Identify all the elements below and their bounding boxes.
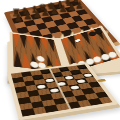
checkers-square[interactable] bbox=[98, 97, 113, 104]
hinge bbox=[47, 66, 53, 68]
chess-piece-black[interactable]: ♟ bbox=[13, 13, 23, 23]
backgammon-point[interactable] bbox=[12, 34, 20, 49]
backgammon-point[interactable] bbox=[47, 39, 58, 54]
chess-piece-black[interactable]: ♟ bbox=[49, 6, 59, 16]
chess-piece-black[interactable]: ♟ bbox=[58, 4, 68, 14]
backgammon-point[interactable] bbox=[13, 50, 22, 68]
backgammon-point[interactable] bbox=[20, 35, 29, 50]
chess-piece-black[interactable]: ♟ bbox=[32, 9, 42, 19]
backgammon-point[interactable] bbox=[21, 51, 31, 69]
chess-piece-black[interactable]: ♟ bbox=[23, 11, 33, 21]
brass-latch bbox=[97, 79, 106, 82]
product-photo: ♜♞♝♛♚♝♞♜♟♟♟♟♟♟♟♟♟♟♟♟♟♟♟♟♜♞♝♛♚♝♞♜ bbox=[0, 0, 120, 120]
